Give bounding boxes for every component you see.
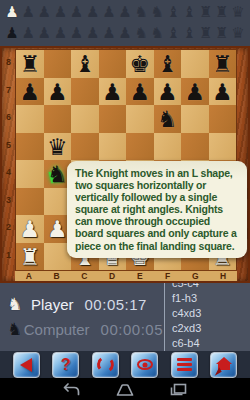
file-label-c: C xyxy=(71,271,99,281)
piece-black-pawn-e7[interactable]: ♟ xyxy=(126,78,154,106)
captured-white-pawn: ♟ xyxy=(4,3,20,22)
square-h5[interactable] xyxy=(209,133,237,161)
captured-black-pawn: ♟ xyxy=(4,24,20,43)
ghost-pawn-icon: ♟ xyxy=(117,3,133,22)
square-e5[interactable] xyxy=(126,133,154,161)
android-navigation-bar xyxy=(0,378,250,400)
square-c5[interactable] xyxy=(71,133,99,161)
move-entry: c6-b4 xyxy=(172,336,250,351)
piece-black-pawn-b7[interactable]: ♟ xyxy=(44,78,72,106)
computer-label: Computer xyxy=(24,321,90,338)
ghost-rook-icon: ♜ xyxy=(214,24,230,43)
square-a6[interactable] xyxy=(16,105,44,133)
piece-black-knight-f6[interactable]: ♞ xyxy=(154,105,182,133)
player-label: Player xyxy=(31,296,74,313)
ghost-knight-icon: ♞ xyxy=(133,24,149,43)
menu-bars-icon xyxy=(177,356,192,373)
ghost-pawn-icon: ♟ xyxy=(52,24,68,43)
file-labels: ABCDEFGH xyxy=(15,270,237,281)
computer-time: 00:00:05 xyxy=(101,321,163,338)
undo-button[interactable] xyxy=(13,352,40,378)
square-a3[interactable] xyxy=(16,188,44,216)
menu-button[interactable] xyxy=(171,352,198,378)
clocks: ♞ Player 00:05:17 ♞ Computer 00:00:05 xyxy=(0,283,163,351)
nav-home-icon[interactable] xyxy=(115,382,135,397)
ghost-queen-icon: ♛ xyxy=(230,3,246,22)
ghost-bishop-icon: ♝ xyxy=(165,3,181,22)
toolbar: ? xyxy=(0,351,250,378)
eye-icon xyxy=(137,359,153,370)
ghost-knight-icon: ♞ xyxy=(149,24,165,43)
square-d6[interactable] xyxy=(99,105,127,133)
ghost-pawn-icon: ♟ xyxy=(36,24,52,43)
knight-tutorial-tooltip[interactable]: The Knight moves in an L shape, two squa… xyxy=(67,161,247,258)
ghost-rook-icon: ♜ xyxy=(198,24,214,43)
rank-label-8: 8 xyxy=(2,49,15,77)
square-f5[interactable] xyxy=(154,133,182,161)
captured-white-row: ♟♟♟♟♟♟♟♟♞♞♝♝♜♜♛ xyxy=(0,3,250,22)
file-label-g: G xyxy=(182,271,210,281)
square-a4[interactable] xyxy=(16,160,44,188)
piece-black-pawn-d7[interactable]: ♟ xyxy=(99,78,127,106)
rank-label-7: 7 xyxy=(2,77,15,105)
piece-black-pawn-a7[interactable]: ♟ xyxy=(16,78,44,106)
file-label-e: E xyxy=(126,271,154,281)
ghost-pawn-icon: ♟ xyxy=(20,24,36,43)
rotate-arrows-icon xyxy=(96,355,115,374)
square-h6[interactable] xyxy=(209,105,237,133)
piece-white-rook-a1[interactable]: ♜ xyxy=(16,243,44,271)
ghost-pawn-icon: ♟ xyxy=(85,3,101,22)
ghost-pawn-icon: ♟ xyxy=(69,24,85,43)
ghost-pawn-icon: ♟ xyxy=(101,3,117,22)
restart-button[interactable] xyxy=(92,352,119,378)
ghost-rook-icon: ♜ xyxy=(198,3,214,22)
square-g8[interactable] xyxy=(181,50,209,78)
file-label-b: B xyxy=(43,271,71,281)
square-d8[interactable] xyxy=(99,50,127,78)
square-a5[interactable] xyxy=(16,133,44,161)
file-label-h: H xyxy=(209,271,237,281)
square-b6[interactable] xyxy=(44,105,72,133)
piece-black-pawn-g7[interactable]: ♟ xyxy=(181,78,209,106)
move-entry: c4xd3 xyxy=(172,306,250,321)
file-label-d: D xyxy=(98,271,126,281)
rank-label-1: 1 xyxy=(2,242,15,270)
captured-black-row: ♟♟♟♟♟♟♟♟♞♞♝♝♜♜♛ xyxy=(0,24,250,43)
player-time: 00:05:17 xyxy=(85,296,147,313)
file-label-f: F xyxy=(154,271,182,281)
exit-button[interactable] xyxy=(210,352,237,378)
rank-labels: 87654321 xyxy=(2,49,15,269)
square-g6[interactable] xyxy=(181,105,209,133)
white-knight-icon: ♞ xyxy=(7,292,31,317)
square-c6[interactable] xyxy=(71,105,99,133)
ghost-pawn-icon: ♟ xyxy=(101,24,117,43)
ghost-pawn-icon: ♟ xyxy=(36,3,52,22)
piece-black-queen-b5[interactable]: ♛ xyxy=(44,133,72,161)
piece-black-king-e8[interactable]: ♚ xyxy=(126,50,154,78)
captured-pieces-tray: ♟♟♟♟♟♟♟♟♞♞♝♝♜♜♛ ♟♟♟♟♟♟♟♟♞♞♝♝♜♜♛ xyxy=(0,0,250,46)
piece-white-pawn-a2[interactable]: ♟ xyxy=(16,215,44,243)
square-g5[interactable] xyxy=(181,133,209,161)
rank-label-4: 4 xyxy=(2,159,15,187)
move-entry: c2xd3 xyxy=(172,321,250,336)
ghost-pawn-icon: ♟ xyxy=(117,24,133,43)
ghost-bishop-icon: ♝ xyxy=(165,24,181,43)
ghost-knight-icon: ♞ xyxy=(133,3,149,22)
ghost-knight-icon: ♞ xyxy=(149,3,165,22)
ghost-rook-icon: ♜ xyxy=(214,3,230,22)
square-b8[interactable] xyxy=(44,50,72,78)
tooltip-text: The Knight moves in an L shape, two squa… xyxy=(75,167,239,252)
rank-label-6: 6 xyxy=(2,104,15,132)
ghost-bishop-icon: ♝ xyxy=(181,24,197,43)
piece-black-bishop-c8[interactable]: ♝ xyxy=(71,50,99,78)
file-label-a: A xyxy=(15,271,43,281)
chess-app-screen: ♟♟♟♟♟♟♟♟♞♞♝♝♜♜♛ ♟♟♟♟♟♟♟♟♞♞♝♝♜♜♛ 87654321… xyxy=(0,0,250,400)
help-button[interactable]: ? xyxy=(52,352,79,378)
nav-recents-icon[interactable] xyxy=(168,382,188,397)
piece-black-pawn-h7[interactable]: ♟ xyxy=(209,78,237,106)
home-exit-icon xyxy=(215,357,233,372)
question-mark-icon: ? xyxy=(61,352,71,378)
nav-back-icon[interactable] xyxy=(62,382,82,397)
computer-clock-row: ♞ Computer 00:00:05 xyxy=(0,317,163,342)
info-panel: ♞ Player 00:05:17 ♞ Computer 00:00:05 c5… xyxy=(0,283,250,351)
piece-black-bishop-f8[interactable]: ♝ xyxy=(154,50,182,78)
rank-label-3: 3 xyxy=(2,187,15,215)
piece-black-rook-h8[interactable]: ♜ xyxy=(209,50,237,78)
hint-button[interactable] xyxy=(131,352,158,378)
ghost-bishop-icon: ♝ xyxy=(181,3,197,22)
piece-black-pawn-f7[interactable]: ♟ xyxy=(154,78,182,106)
piece-black-rook-a8[interactable]: ♜ xyxy=(16,50,44,78)
move-entry: f1-h3 xyxy=(172,291,250,306)
ghost-pawn-icon: ♟ xyxy=(85,24,101,43)
move-list[interactable]: c5-c4f1-h3c4xd3c2xd3c6-b4 xyxy=(164,283,250,351)
rank-label-5: 5 xyxy=(2,132,15,160)
ghost-pawn-icon: ♟ xyxy=(69,3,85,22)
back-triangle-icon xyxy=(20,358,32,372)
square-e6[interactable] xyxy=(126,105,154,133)
black-knight-icon: ♞ xyxy=(7,317,24,342)
ghost-pawn-icon: ♟ xyxy=(52,3,68,22)
ghost-queen-icon: ♛ xyxy=(230,24,246,43)
rank-label-2: 2 xyxy=(2,214,15,242)
move-entry: c5-c4 xyxy=(172,283,250,291)
player-clock-row: ♞ Player 00:05:17 xyxy=(0,292,163,317)
square-c7[interactable] xyxy=(71,78,99,106)
square-d5[interactable] xyxy=(99,133,127,161)
ghost-pawn-icon: ♟ xyxy=(20,3,36,22)
